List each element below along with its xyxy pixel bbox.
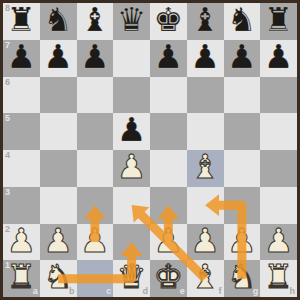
square-g8[interactable]: ♞	[224, 3, 261, 40]
chess-board-frame: 8♜♞♝♛♚♝♞♜7♟♟♟♟♟♟♟65♟4♟♝32♟♟♟♟♟♟♟1a♜b♞cd♛…	[0, 0, 300, 300]
square-f6[interactable]	[187, 77, 224, 114]
piece-white-king[interactable]: ♚	[154, 259, 184, 298]
square-e1[interactable]: e♚	[150, 260, 187, 297]
piece-white-bishop[interactable]: ♝	[190, 149, 220, 188]
piece-white-bishop[interactable]: ♝	[190, 259, 220, 298]
square-g6[interactable]	[224, 77, 261, 114]
square-c6[interactable]	[77, 77, 114, 114]
piece-black-rook[interactable]: ♜	[7, 2, 37, 41]
chess-board: 8♜♞♝♛♚♝♞♜7♟♟♟♟♟♟♟65♟4♟♝32♟♟♟♟♟♟♟1a♜b♞cd♛…	[3, 3, 297, 297]
piece-black-pawn[interactable]: ♟	[43, 39, 73, 78]
square-a4[interactable]: 4	[3, 150, 40, 187]
square-b8[interactable]: ♞	[40, 3, 77, 40]
square-e8[interactable]: ♚	[150, 3, 187, 40]
square-d2[interactable]	[113, 224, 150, 261]
square-d3[interactable]	[113, 187, 150, 224]
piece-black-knight[interactable]: ♞	[227, 2, 257, 41]
square-d6[interactable]	[113, 77, 150, 114]
piece-black-bishop[interactable]: ♝	[190, 2, 220, 41]
square-b7[interactable]: ♟	[40, 40, 77, 77]
square-d8[interactable]: ♛	[113, 3, 150, 40]
square-a2[interactable]: 2♟	[3, 224, 40, 261]
piece-black-queen[interactable]: ♛	[117, 2, 147, 41]
piece-white-pawn[interactable]: ♟	[80, 223, 110, 262]
piece-black-pawn[interactable]: ♟	[7, 39, 37, 78]
square-g7[interactable]: ♟	[224, 40, 261, 77]
square-a7[interactable]: 7♟	[3, 40, 40, 77]
rank-label-7: 7	[5, 41, 10, 50]
piece-black-rook[interactable]: ♜	[264, 2, 294, 41]
square-c4[interactable]	[77, 150, 114, 187]
file-label-b: b	[69, 287, 75, 296]
piece-white-pawn[interactable]: ♟	[154, 223, 184, 262]
square-h1[interactable]: h♜	[260, 260, 297, 297]
file-label-a: a	[33, 287, 38, 296]
square-b4[interactable]	[40, 150, 77, 187]
piece-white-pawn[interactable]: ♟	[7, 223, 37, 262]
file-label-c: c	[106, 287, 111, 296]
square-f5[interactable]	[187, 113, 224, 150]
piece-black-king[interactable]: ♚	[154, 2, 184, 41]
square-d7[interactable]	[113, 40, 150, 77]
square-c1[interactable]: c	[77, 260, 114, 297]
square-g4[interactable]	[224, 150, 261, 187]
rank-label-3: 3	[5, 188, 10, 197]
square-g2[interactable]: ♟	[224, 224, 261, 261]
square-d1[interactable]: d♛	[113, 260, 150, 297]
rank-label-8: 8	[5, 4, 10, 13]
piece-white-pawn[interactable]: ♟	[43, 223, 73, 262]
rank-label-2: 2	[5, 225, 10, 234]
square-b3[interactable]	[40, 187, 77, 224]
piece-black-pawn[interactable]: ♟	[154, 39, 184, 78]
square-f3[interactable]	[187, 187, 224, 224]
square-h5[interactable]	[260, 113, 297, 150]
rank-label-5: 5	[5, 114, 10, 123]
rank-label-4: 4	[5, 151, 10, 160]
square-h4[interactable]	[260, 150, 297, 187]
square-f4[interactable]: ♝	[187, 150, 224, 187]
square-e2[interactable]: ♟	[150, 224, 187, 261]
rank-label-6: 6	[5, 78, 10, 87]
square-c3[interactable]	[77, 187, 114, 224]
square-h6[interactable]	[260, 77, 297, 114]
square-a6[interactable]: 6	[3, 77, 40, 114]
square-f8[interactable]: ♝	[187, 3, 224, 40]
square-b5[interactable]	[40, 113, 77, 150]
file-label-h: h	[290, 287, 296, 296]
square-b2[interactable]: ♟	[40, 224, 77, 261]
piece-black-pawn[interactable]: ♟	[80, 39, 110, 78]
piece-white-pawn[interactable]: ♟	[117, 149, 147, 188]
piece-black-pawn[interactable]: ♟	[117, 112, 147, 151]
square-b1[interactable]: b♞	[40, 260, 77, 297]
square-c8[interactable]: ♝	[77, 3, 114, 40]
square-c5[interactable]	[77, 113, 114, 150]
square-f2[interactable]: ♟	[187, 224, 224, 261]
square-a8[interactable]: 8♜	[3, 3, 40, 40]
square-b6[interactable]	[40, 77, 77, 114]
file-label-g: g	[253, 287, 259, 296]
piece-white-rook[interactable]: ♜	[7, 259, 37, 298]
square-g1[interactable]: g♞	[224, 260, 261, 297]
file-label-f: f	[219, 287, 222, 296]
square-a3[interactable]: 3	[3, 187, 40, 224]
square-h2[interactable]: ♟	[260, 224, 297, 261]
square-e3[interactable]	[150, 187, 187, 224]
piece-white-pawn[interactable]: ♟	[190, 223, 220, 262]
piece-black-pawn[interactable]: ♟	[264, 39, 294, 78]
piece-white-pawn[interactable]: ♟	[264, 223, 294, 262]
square-e7[interactable]: ♟	[150, 40, 187, 77]
rank-label-1: 1	[5, 261, 10, 270]
square-g3[interactable]	[224, 187, 261, 224]
square-d4[interactable]: ♟	[113, 150, 150, 187]
square-c2[interactable]: ♟	[77, 224, 114, 261]
square-h3[interactable]	[260, 187, 297, 224]
piece-black-bishop[interactable]: ♝	[80, 2, 110, 41]
square-g5[interactable]	[224, 113, 261, 150]
square-h8[interactable]: ♜	[260, 3, 297, 40]
square-a5[interactable]: 5	[3, 113, 40, 150]
square-e6[interactable]	[150, 77, 187, 114]
square-h7[interactable]: ♟	[260, 40, 297, 77]
square-a1[interactable]: 1a♜	[3, 260, 40, 297]
square-f1[interactable]: f♝	[187, 260, 224, 297]
file-label-e: e	[180, 287, 185, 296]
piece-black-pawn[interactable]: ♟	[227, 39, 257, 78]
piece-black-knight[interactable]: ♞	[43, 2, 73, 41]
square-c7[interactable]: ♟	[77, 40, 114, 77]
piece-white-pawn[interactable]: ♟	[227, 223, 257, 262]
square-d5[interactable]: ♟	[113, 113, 150, 150]
square-f7[interactable]: ♟	[187, 40, 224, 77]
file-label-d: d	[143, 287, 149, 296]
square-e5[interactable]	[150, 113, 187, 150]
square-e4[interactable]	[150, 150, 187, 187]
piece-black-pawn[interactable]: ♟	[190, 39, 220, 78]
